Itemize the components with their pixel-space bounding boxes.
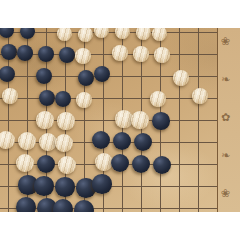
black-stone[interactable] xyxy=(55,177,74,196)
white-stone[interactable] xyxy=(115,28,130,39)
screenshot-canvas: ❀❧✿❧❀ xyxy=(0,0,240,240)
top-letterbox xyxy=(0,0,240,28)
white-stone[interactable] xyxy=(36,111,53,128)
white-stone[interactable] xyxy=(2,88,19,105)
black-stone[interactable] xyxy=(152,112,169,129)
white-stone[interactable] xyxy=(0,131,15,149)
white-stone[interactable] xyxy=(94,28,109,38)
black-stone[interactable] xyxy=(36,68,52,84)
grid-line-horizontal xyxy=(0,120,218,121)
black-stone[interactable] xyxy=(53,199,73,212)
black-stone[interactable] xyxy=(132,155,151,174)
black-stone[interactable] xyxy=(111,154,130,173)
flora-ornament-icon: ❀ xyxy=(221,36,230,47)
white-stone[interactable] xyxy=(131,111,148,128)
black-stone[interactable] xyxy=(55,91,72,108)
white-stone[interactable] xyxy=(133,46,149,62)
white-stone[interactable] xyxy=(76,92,93,109)
flora-ornament-icon: ❧ xyxy=(221,150,230,161)
white-stone[interactable] xyxy=(136,28,151,40)
flora-ornament-icon: ❧ xyxy=(221,74,230,85)
black-stone[interactable] xyxy=(38,46,54,62)
black-stone[interactable] xyxy=(17,45,33,61)
white-stone[interactable] xyxy=(150,91,167,108)
black-stone[interactable] xyxy=(1,44,17,60)
white-stone[interactable] xyxy=(173,70,189,86)
white-stone[interactable] xyxy=(16,154,35,173)
white-stone[interactable] xyxy=(78,28,93,42)
grid-line-horizontal xyxy=(0,98,218,99)
black-stone[interactable] xyxy=(94,66,110,82)
white-stone[interactable] xyxy=(192,88,209,105)
black-stone[interactable] xyxy=(0,66,15,82)
white-stone[interactable] xyxy=(75,48,91,64)
black-stone[interactable] xyxy=(39,90,56,107)
white-stone[interactable] xyxy=(152,28,167,41)
black-stone[interactable] xyxy=(16,197,36,212)
white-stone[interactable] xyxy=(57,112,74,129)
white-stone[interactable] xyxy=(112,45,128,61)
black-stone[interactable] xyxy=(78,70,94,86)
black-stone[interactable] xyxy=(0,28,14,38)
black-stone[interactable] xyxy=(92,131,110,149)
white-stone[interactable] xyxy=(55,134,73,152)
black-stone[interactable] xyxy=(134,133,152,151)
white-stone[interactable] xyxy=(115,110,132,127)
black-stone[interactable] xyxy=(37,155,56,174)
black-stone[interactable] xyxy=(92,174,111,193)
black-stone[interactable] xyxy=(74,200,94,212)
flora-ornament-icon: ❀ xyxy=(221,188,230,199)
board-photo: ❀❧✿❧❀ xyxy=(0,28,240,212)
black-stone[interactable] xyxy=(59,47,75,63)
white-stone[interactable] xyxy=(57,28,72,41)
flora-ornament-icon: ✿ xyxy=(221,112,230,123)
white-stone[interactable] xyxy=(58,156,77,175)
decorative-border-strip: ❀❧✿❧❀ xyxy=(217,28,240,212)
bottom-letterbox xyxy=(0,212,240,240)
black-stone[interactable] xyxy=(113,132,131,150)
black-stone[interactable] xyxy=(20,28,35,39)
white-stone[interactable] xyxy=(18,132,36,150)
white-stone[interactable] xyxy=(154,47,170,63)
black-stone[interactable] xyxy=(153,156,172,175)
black-stone[interactable] xyxy=(34,176,53,195)
